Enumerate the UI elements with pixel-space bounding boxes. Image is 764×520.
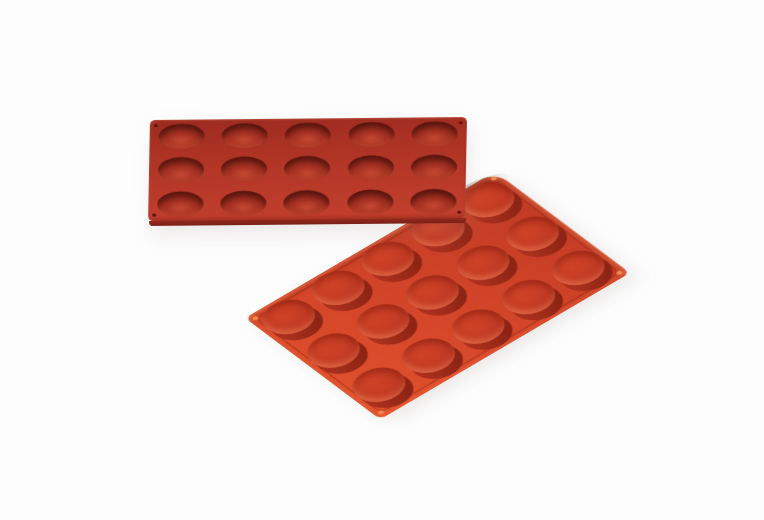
mold-cavity <box>158 124 204 149</box>
mold-cavity <box>284 190 330 215</box>
mold-cavity <box>157 157 203 182</box>
mold-cavity <box>157 191 203 216</box>
mold-cavity <box>221 157 267 182</box>
mold-cavity <box>285 123 331 148</box>
mold-bump-top <box>351 234 425 282</box>
mold-bump-top <box>302 264 376 312</box>
mold-cavity <box>412 121 458 146</box>
mold-cavity <box>348 122 394 147</box>
corner-hole <box>457 211 461 214</box>
mold-cavity <box>220 190 266 215</box>
mold-cavity <box>284 156 330 181</box>
cavity-grid <box>148 117 467 221</box>
mold-bump-top <box>252 293 326 341</box>
mold-face-up <box>148 117 467 221</box>
product-photo <box>0 0 764 520</box>
mold-cavity <box>410 189 456 214</box>
mold-cavity <box>411 155 457 180</box>
mold-cavity <box>347 189 393 214</box>
mold-cavity <box>222 123 268 148</box>
mold-cavity <box>348 156 394 181</box>
